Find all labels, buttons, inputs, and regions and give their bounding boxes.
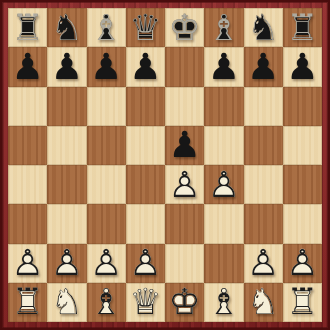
- square-e6[interactable]: [165, 87, 204, 126]
- square-h1[interactable]: ♜♖: [283, 283, 322, 322]
- piece-white-pawn[interactable]: ♟♙: [8, 244, 47, 283]
- square-d6[interactable]: [126, 87, 165, 126]
- square-b4[interactable]: [47, 165, 86, 204]
- piece-glyph-outline: ♖: [286, 284, 318, 320]
- square-a7[interactable]: ♟: [8, 47, 47, 86]
- piece-black-knight[interactable]: ♞♘: [244, 8, 283, 47]
- piece-glyph-outline: ♗: [208, 284, 240, 320]
- piece-glyph-fill: ♟: [208, 49, 240, 85]
- piece-white-rook[interactable]: ♜♖: [283, 283, 322, 322]
- square-g8[interactable]: ♞♘: [244, 8, 283, 47]
- square-c6[interactable]: [87, 87, 126, 126]
- square-e4[interactable]: ♟♙: [165, 165, 204, 204]
- piece-black-queen[interactable]: ♛♕: [126, 8, 165, 47]
- piece-glyph-fill: ♟: [90, 49, 122, 85]
- piece-glyph-outline: ♘: [51, 284, 83, 320]
- piece-glyph-outline: ♖: [11, 284, 43, 320]
- square-a2[interactable]: ♟♙: [8, 244, 47, 283]
- piece-glyph-outline: ♙: [90, 245, 122, 281]
- piece-white-pawn[interactable]: ♟♙: [126, 244, 165, 283]
- square-d1[interactable]: ♛♕: [126, 283, 165, 322]
- square-c5[interactable]: [87, 126, 126, 165]
- piece-glyph-fill: ♟: [51, 49, 83, 85]
- square-f5[interactable]: [204, 126, 243, 165]
- piece-glyph-outline: ♙: [11, 245, 43, 281]
- piece-black-pawn[interactable]: ♟: [126, 47, 165, 86]
- piece-glyph-outline: ♙: [168, 167, 200, 203]
- piece-white-pawn[interactable]: ♟♙: [283, 244, 322, 283]
- piece-glyph-fill: ♟: [11, 49, 43, 85]
- piece-glyph-outline: ♗: [90, 10, 122, 46]
- piece-black-bishop[interactable]: ♝♗: [204, 8, 243, 47]
- piece-glyph-outline: ♗: [90, 284, 122, 320]
- square-a6[interactable]: [8, 87, 47, 126]
- piece-white-pawn[interactable]: ♟♙: [87, 244, 126, 283]
- piece-glyph-outline: ♘: [247, 284, 279, 320]
- piece-black-pawn[interactable]: ♟: [87, 47, 126, 86]
- square-c1[interactable]: ♝♗: [87, 283, 126, 322]
- square-e3[interactable]: [165, 204, 204, 243]
- piece-white-king[interactable]: ♚♔: [165, 283, 204, 322]
- piece-black-pawn[interactable]: ♟: [283, 47, 322, 86]
- square-a5[interactable]: [8, 126, 47, 165]
- square-e7[interactable]: [165, 47, 204, 86]
- square-f7[interactable]: ♟: [204, 47, 243, 86]
- square-h5[interactable]: [283, 126, 322, 165]
- square-d4[interactable]: [126, 165, 165, 204]
- piece-white-knight[interactable]: ♞♘: [47, 283, 86, 322]
- square-a8[interactable]: ♜♖: [8, 8, 47, 47]
- square-c2[interactable]: ♟♙: [87, 244, 126, 283]
- piece-glyph-outline: ♖: [11, 10, 43, 46]
- square-d8[interactable]: ♛♕: [126, 8, 165, 47]
- piece-black-pawn[interactable]: ♟: [204, 47, 243, 86]
- piece-black-pawn[interactable]: ♟: [244, 47, 283, 86]
- piece-white-knight[interactable]: ♞♘: [244, 283, 283, 322]
- square-b2[interactable]: ♟♙: [47, 244, 86, 283]
- square-h4[interactable]: [283, 165, 322, 204]
- piece-black-king[interactable]: ♚♔: [165, 8, 204, 47]
- piece-glyph-outline: ♙: [247, 245, 279, 281]
- piece-white-rook[interactable]: ♜♖: [8, 283, 47, 322]
- piece-glyph-outline: ♙: [286, 245, 318, 281]
- piece-black-pawn[interactable]: ♟: [8, 47, 47, 86]
- square-b3[interactable]: [47, 204, 86, 243]
- piece-glyph-fill: ♟: [247, 49, 279, 85]
- square-a4[interactable]: [8, 165, 47, 204]
- piece-glyph-outline: ♕: [129, 284, 161, 320]
- square-g5[interactable]: [244, 126, 283, 165]
- square-d2[interactable]: ♟♙: [126, 244, 165, 283]
- square-e1[interactable]: ♚♔: [165, 283, 204, 322]
- piece-glyph-fill: ♟: [129, 49, 161, 85]
- square-f3[interactable]: [204, 204, 243, 243]
- square-d7[interactable]: ♟: [126, 47, 165, 86]
- square-d5[interactable]: [126, 126, 165, 165]
- piece-glyph-outline: ♔: [168, 10, 200, 46]
- piece-white-bishop[interactable]: ♝♗: [204, 283, 243, 322]
- piece-glyph-outline: ♘: [247, 10, 279, 46]
- square-h7[interactable]: ♟: [283, 47, 322, 86]
- piece-glyph-outline: ♕: [129, 10, 161, 46]
- piece-glyph-fill: ♟: [168, 127, 200, 163]
- piece-black-pawn[interactable]: ♟: [47, 47, 86, 86]
- square-g4[interactable]: [244, 165, 283, 204]
- square-c3[interactable]: [87, 204, 126, 243]
- piece-black-knight[interactable]: ♞♘: [47, 8, 86, 47]
- piece-glyph-outline: ♖: [286, 10, 318, 46]
- square-f6[interactable]: [204, 87, 243, 126]
- square-h6[interactable]: [283, 87, 322, 126]
- square-e5[interactable]: ♟: [165, 126, 204, 165]
- chess-board-frame: ♜♖♞♘♝♗♛♕♚♔♝♗♞♘♜♖♟♟♟♟♟♟♟♟♟♙♟♙♟♙♟♙♟♙♟♙♟♙♟♙…: [0, 0, 330, 330]
- piece-white-pawn[interactable]: ♟♙: [204, 165, 243, 204]
- square-c4[interactable]: [87, 165, 126, 204]
- square-f1[interactable]: ♝♗: [204, 283, 243, 322]
- square-b6[interactable]: [47, 87, 86, 126]
- piece-glyph-outline: ♔: [168, 284, 200, 320]
- square-b1[interactable]: ♞♘: [47, 283, 86, 322]
- square-a3[interactable]: [8, 204, 47, 243]
- square-c8[interactable]: ♝♗: [87, 8, 126, 47]
- piece-black-rook[interactable]: ♜♖: [8, 8, 47, 47]
- piece-white-bishop[interactable]: ♝♗: [87, 283, 126, 322]
- square-f2[interactable]: [204, 244, 243, 283]
- piece-black-pawn[interactable]: ♟: [165, 126, 204, 165]
- square-g2[interactable]: ♟♙: [244, 244, 283, 283]
- chess-board: ♜♖♞♘♝♗♛♕♚♔♝♗♞♘♜♖♟♟♟♟♟♟♟♟♟♙♟♙♟♙♟♙♟♙♟♙♟♙♟♙…: [8, 8, 322, 322]
- piece-glyph-fill: ♟: [286, 49, 318, 85]
- piece-black-rook[interactable]: ♜♖: [283, 8, 322, 47]
- piece-glyph-outline: ♙: [129, 245, 161, 281]
- square-b7[interactable]: ♟: [47, 47, 86, 86]
- square-f8[interactable]: ♝♗: [204, 8, 243, 47]
- square-h8[interactable]: ♜♖: [283, 8, 322, 47]
- piece-white-pawn[interactable]: ♟♙: [47, 244, 86, 283]
- piece-white-pawn[interactable]: ♟♙: [165, 165, 204, 204]
- square-g6[interactable]: [244, 87, 283, 126]
- square-e8[interactable]: ♚♔: [165, 8, 204, 47]
- piece-glyph-outline: ♗: [208, 10, 240, 46]
- square-d3[interactable]: [126, 204, 165, 243]
- square-g1[interactable]: ♞♘: [244, 283, 283, 322]
- square-g7[interactable]: ♟: [244, 47, 283, 86]
- square-c7[interactable]: ♟: [87, 47, 126, 86]
- piece-glyph-outline: ♘: [51, 10, 83, 46]
- piece-white-pawn[interactable]: ♟♙: [244, 244, 283, 283]
- square-b8[interactable]: ♞♘: [47, 8, 86, 47]
- square-a1[interactable]: ♜♖: [8, 283, 47, 322]
- square-b5[interactable]: [47, 126, 86, 165]
- piece-glyph-outline: ♙: [208, 167, 240, 203]
- square-h2[interactable]: ♟♙: [283, 244, 322, 283]
- piece-white-queen[interactable]: ♛♕: [126, 283, 165, 322]
- square-f4[interactable]: ♟♙: [204, 165, 243, 204]
- square-g3[interactable]: [244, 204, 283, 243]
- square-e2[interactable]: [165, 244, 204, 283]
- piece-glyph-outline: ♙: [51, 245, 83, 281]
- square-h3[interactable]: [283, 204, 322, 243]
- piece-black-bishop[interactable]: ♝♗: [87, 8, 126, 47]
